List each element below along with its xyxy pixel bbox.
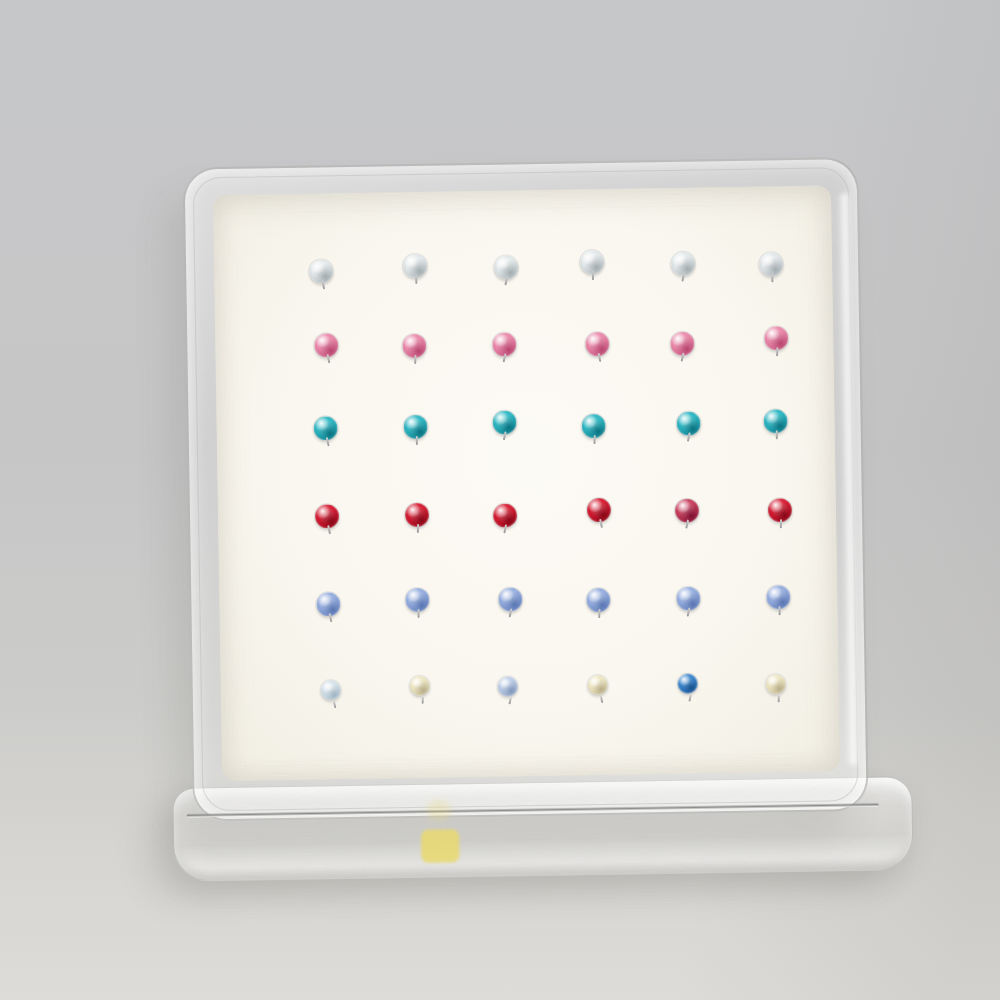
nose-stud-r5c1: [283, 563, 374, 649]
stud-clear: [494, 255, 518, 279]
stud-light-blue: [676, 586, 700, 610]
nose-stud-r4c3: [461, 475, 552, 561]
stud-pin: [778, 606, 780, 615]
stud-pin: [504, 276, 508, 285]
stud-pink: [764, 326, 788, 350]
stud-red: [587, 497, 611, 521]
stud-aqua: [492, 410, 516, 434]
nose-stud-r3c1: [280, 393, 371, 479]
stud-light-blue: [316, 592, 340, 616]
stud-pin: [688, 694, 691, 701]
stud-clear: [759, 252, 783, 276]
stud-pin: [503, 431, 507, 440]
stud-pin: [422, 696, 424, 703]
stud-pin: [592, 271, 594, 280]
nose-stud-r6c6: [734, 641, 825, 727]
stud-pin: [681, 272, 685, 281]
stud-aurora-cream: [410, 675, 434, 699]
case-lid: [183, 157, 869, 822]
nose-stud-r5c5: [643, 557, 734, 643]
crystal-gem-aurora-cream: [410, 675, 430, 695]
nose-stud-r2c2: [369, 306, 460, 392]
stud-clear: [580, 249, 604, 273]
nose-stud-r2c6: [729, 301, 820, 387]
stud-pin: [509, 608, 513, 617]
stud-aqua: [313, 416, 337, 440]
nose-stud-r4c2: [371, 476, 462, 562]
stud-pin: [417, 523, 419, 532]
stud-pink: [585, 331, 609, 355]
nose-stud-r2c3: [459, 305, 550, 391]
stud-grid: [277, 216, 825, 734]
stud-clear: [309, 259, 333, 283]
stud-pink: [670, 331, 694, 355]
nose-stud-r1c1: [277, 223, 368, 309]
stud-pin: [417, 608, 419, 617]
nose-stud-r6c2: [374, 646, 465, 732]
stud-aurora-cream: [588, 674, 612, 698]
stud-clear: [403, 253, 427, 277]
nose-stud-r1c6: [727, 216, 818, 302]
crystal-gem-aurora-cream: [588, 674, 608, 694]
crystal-gem-aurora-cream: [766, 674, 786, 694]
stud-aurora-ice: [321, 680, 345, 704]
nose-stud-r5c3: [463, 560, 554, 646]
stud-pin: [593, 435, 595, 444]
nose-stud-r1c3: [457, 220, 548, 306]
stud-pin: [687, 607, 691, 616]
stud-aurora-paleblue: [498, 676, 522, 700]
nose-stud-r5c6: [733, 556, 824, 642]
stud-pin: [333, 701, 336, 708]
nose-stud-r3c6: [730, 386, 821, 472]
nose-stud-r4c1: [281, 478, 372, 564]
stud-pin: [414, 354, 416, 363]
nose-stud-r1c4: [547, 218, 638, 304]
stud-aurora-blue: [678, 673, 702, 697]
stud-aqua: [581, 413, 605, 437]
nose-stud-r2c1: [279, 308, 370, 394]
crystal-gem-aurora-ice: [321, 680, 341, 700]
stud-pin: [416, 435, 418, 444]
nose-stud-r6c5: [644, 642, 735, 728]
stud-pin: [598, 609, 600, 618]
nose-stud-r5c4: [553, 558, 644, 644]
stud-pin: [681, 352, 685, 361]
photo-background: [0, 0, 1000, 1000]
stud-red: [315, 504, 339, 528]
nose-stud-r5c2: [373, 561, 464, 647]
stud-light-blue: [498, 587, 522, 611]
nose-stud-r3c4: [550, 388, 641, 474]
stud-aqua: [763, 409, 787, 433]
stud-pin: [778, 695, 780, 702]
display-case: [162, 146, 913, 880]
stud-pin: [687, 432, 691, 441]
stud-red: [493, 503, 517, 527]
nose-stud-r3c5: [640, 387, 731, 473]
stud-pin: [776, 430, 778, 439]
stud-pin: [503, 353, 507, 362]
stud-clear: [671, 251, 695, 275]
stud-pin: [685, 519, 689, 528]
stud-pink: [492, 332, 516, 356]
stud-pin: [600, 695, 603, 702]
stud-aqua: [403, 414, 427, 438]
nose-stud-r6c3: [464, 645, 555, 731]
nose-stud-r2c5: [639, 302, 730, 388]
nose-stud-r6c4: [554, 643, 645, 729]
nose-stud-r6c1: [284, 648, 375, 734]
stud-light-blue: [405, 587, 429, 611]
crystal-gem-aurora-paleblue: [498, 676, 518, 696]
stud-pink: [314, 333, 338, 357]
stud-pink: [402, 333, 426, 357]
nose-stud-r1c2: [367, 221, 458, 307]
stud-pin: [508, 697, 511, 704]
nose-stud-r3c2: [370, 391, 461, 477]
stud-pin: [780, 519, 782, 528]
stud-aurora-cream: [766, 674, 790, 698]
stud-red: [768, 498, 792, 522]
nose-stud-r1c5: [637, 217, 728, 303]
stud-light-blue: [586, 587, 610, 611]
stud-pin: [771, 273, 773, 282]
nose-stud-r4c5: [641, 472, 732, 558]
nose-stud-r2c4: [549, 303, 640, 389]
nose-stud-r4c6: [731, 471, 822, 557]
stud-light-blue: [766, 585, 790, 609]
stud-red-rose: [675, 498, 699, 522]
yellow-sticker: [421, 829, 460, 863]
stud-aqua: [676, 411, 700, 435]
stud-pin: [776, 347, 778, 356]
nose-stud-r3c3: [460, 390, 551, 476]
nose-stud-r4c4: [551, 473, 642, 559]
crystal-gem-aurora-blue: [678, 673, 698, 693]
stud-pin: [503, 524, 507, 533]
stud-red: [405, 502, 429, 526]
stud-pin: [415, 274, 417, 283]
